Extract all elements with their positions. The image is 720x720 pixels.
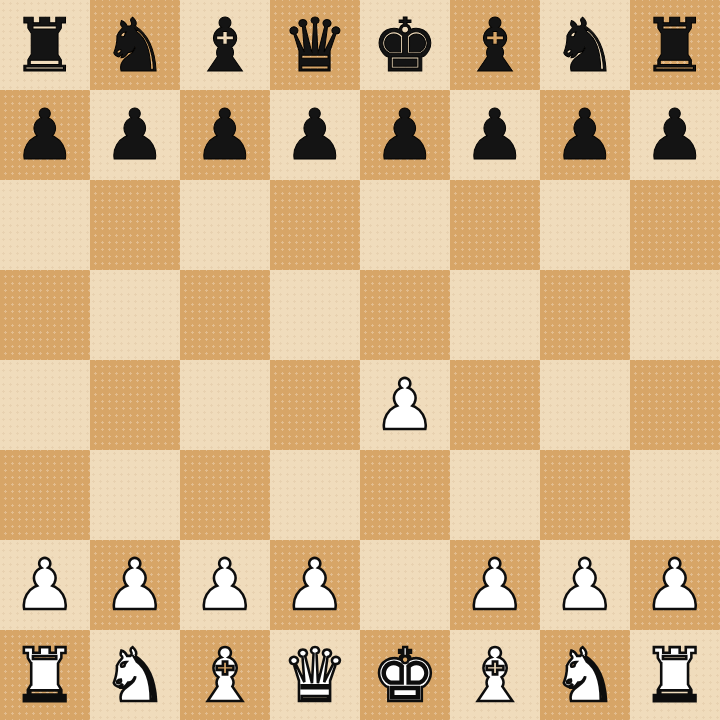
white-pawn[interactable]: ♟ bbox=[540, 540, 630, 630]
black-rook[interactable]: ♜ bbox=[0, 0, 90, 90]
white-king[interactable]: ♚ bbox=[360, 630, 450, 720]
square-e2[interactable] bbox=[360, 540, 450, 630]
black-bishop[interactable]: ♝ bbox=[450, 0, 540, 90]
square-b1[interactable]: ♞ bbox=[90, 630, 180, 720]
black-pawn[interactable]: ♟ bbox=[450, 90, 540, 180]
square-h6[interactable] bbox=[630, 180, 720, 270]
white-bishop[interactable]: ♝ bbox=[180, 630, 270, 720]
square-b4[interactable] bbox=[90, 360, 180, 450]
black-rook[interactable]: ♜ bbox=[630, 0, 720, 90]
white-knight[interactable]: ♞ bbox=[540, 630, 630, 720]
square-b8[interactable]: ♞ bbox=[90, 0, 180, 90]
square-g5[interactable] bbox=[540, 270, 630, 360]
black-pawn[interactable]: ♟ bbox=[270, 90, 360, 180]
square-h1[interactable]: ♜ bbox=[630, 630, 720, 720]
square-e1[interactable]: ♚ bbox=[360, 630, 450, 720]
square-a5[interactable] bbox=[0, 270, 90, 360]
white-pawn[interactable]: ♟ bbox=[630, 540, 720, 630]
square-h4[interactable] bbox=[630, 360, 720, 450]
black-king[interactable]: ♚ bbox=[360, 0, 450, 90]
square-d5[interactable] bbox=[270, 270, 360, 360]
white-pawn[interactable]: ♟ bbox=[270, 540, 360, 630]
square-b5[interactable] bbox=[90, 270, 180, 360]
square-b3[interactable] bbox=[90, 450, 180, 540]
black-pawn[interactable]: ♟ bbox=[180, 90, 270, 180]
square-f4[interactable] bbox=[450, 360, 540, 450]
square-h8[interactable]: ♜ bbox=[630, 0, 720, 90]
white-pawn[interactable]: ♟ bbox=[450, 540, 540, 630]
square-d4[interactable] bbox=[270, 360, 360, 450]
square-f2[interactable]: ♟ bbox=[450, 540, 540, 630]
white-pawn[interactable]: ♟ bbox=[180, 540, 270, 630]
square-c5[interactable] bbox=[180, 270, 270, 360]
square-e4[interactable]: ♟ bbox=[360, 360, 450, 450]
square-e5[interactable] bbox=[360, 270, 450, 360]
square-e3[interactable] bbox=[360, 450, 450, 540]
square-a1[interactable]: ♜ bbox=[0, 630, 90, 720]
black-pawn[interactable]: ♟ bbox=[0, 90, 90, 180]
square-a8[interactable]: ♜ bbox=[0, 0, 90, 90]
square-g4[interactable] bbox=[540, 360, 630, 450]
square-b2[interactable]: ♟ bbox=[90, 540, 180, 630]
square-c3[interactable] bbox=[180, 450, 270, 540]
square-b7[interactable]: ♟ bbox=[90, 90, 180, 180]
white-queen[interactable]: ♛ bbox=[270, 630, 360, 720]
black-knight[interactable]: ♞ bbox=[90, 0, 180, 90]
white-pawn[interactable]: ♟ bbox=[90, 540, 180, 630]
square-a4[interactable] bbox=[0, 360, 90, 450]
black-knight[interactable]: ♞ bbox=[540, 0, 630, 90]
white-bishop[interactable]: ♝ bbox=[450, 630, 540, 720]
square-e6[interactable] bbox=[360, 180, 450, 270]
square-d2[interactable]: ♟ bbox=[270, 540, 360, 630]
square-e8[interactable]: ♚ bbox=[360, 0, 450, 90]
square-c8[interactable]: ♝ bbox=[180, 0, 270, 90]
black-bishop[interactable]: ♝ bbox=[180, 0, 270, 90]
square-a3[interactable] bbox=[0, 450, 90, 540]
square-g1[interactable]: ♞ bbox=[540, 630, 630, 720]
square-f6[interactable] bbox=[450, 180, 540, 270]
square-d1[interactable]: ♛ bbox=[270, 630, 360, 720]
square-c2[interactable]: ♟ bbox=[180, 540, 270, 630]
black-pawn[interactable]: ♟ bbox=[360, 90, 450, 180]
square-g2[interactable]: ♟ bbox=[540, 540, 630, 630]
white-knight[interactable]: ♞ bbox=[90, 630, 180, 720]
white-rook[interactable]: ♜ bbox=[630, 630, 720, 720]
black-queen[interactable]: ♛ bbox=[270, 0, 360, 90]
square-d8[interactable]: ♛ bbox=[270, 0, 360, 90]
square-e7[interactable]: ♟ bbox=[360, 90, 450, 180]
square-d6[interactable] bbox=[270, 180, 360, 270]
black-pawn[interactable]: ♟ bbox=[630, 90, 720, 180]
square-g6[interactable] bbox=[540, 180, 630, 270]
square-c1[interactable]: ♝ bbox=[180, 630, 270, 720]
square-h7[interactable]: ♟ bbox=[630, 90, 720, 180]
square-h5[interactable] bbox=[630, 270, 720, 360]
chess-board: ♜♞♝♛♚♝♞♜♟♟♟♟♟♟♟♟♟♟♟♟♟♟♟♟♜♞♝♛♚♝♞♜ bbox=[0, 0, 720, 720]
square-d7[interactable]: ♟ bbox=[270, 90, 360, 180]
square-c6[interactable] bbox=[180, 180, 270, 270]
white-pawn[interactable]: ♟ bbox=[0, 540, 90, 630]
square-a2[interactable]: ♟ bbox=[0, 540, 90, 630]
square-a7[interactable]: ♟ bbox=[0, 90, 90, 180]
square-f3[interactable] bbox=[450, 450, 540, 540]
square-h2[interactable]: ♟ bbox=[630, 540, 720, 630]
square-c4[interactable] bbox=[180, 360, 270, 450]
square-f1[interactable]: ♝ bbox=[450, 630, 540, 720]
white-rook[interactable]: ♜ bbox=[0, 630, 90, 720]
black-pawn[interactable]: ♟ bbox=[90, 90, 180, 180]
square-f8[interactable]: ♝ bbox=[450, 0, 540, 90]
square-c7[interactable]: ♟ bbox=[180, 90, 270, 180]
square-g7[interactable]: ♟ bbox=[540, 90, 630, 180]
square-g3[interactable] bbox=[540, 450, 630, 540]
black-pawn[interactable]: ♟ bbox=[540, 90, 630, 180]
white-pawn[interactable]: ♟ bbox=[360, 360, 450, 450]
square-f5[interactable] bbox=[450, 270, 540, 360]
square-d3[interactable] bbox=[270, 450, 360, 540]
square-f7[interactable]: ♟ bbox=[450, 90, 540, 180]
square-h3[interactable] bbox=[630, 450, 720, 540]
square-a6[interactable] bbox=[0, 180, 90, 270]
square-b6[interactable] bbox=[90, 180, 180, 270]
square-g8[interactable]: ♞ bbox=[540, 0, 630, 90]
